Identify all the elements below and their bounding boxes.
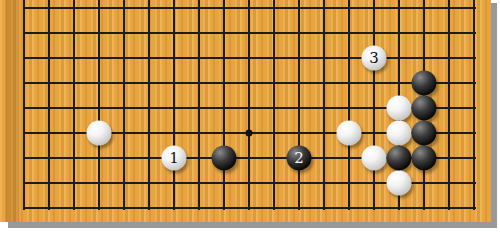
grid-line-horizontal [23, 57, 476, 59]
stone-black-r4[interactable] [412, 121, 437, 146]
stone-black-r5[interactable] [412, 96, 437, 121]
stone-white-d4[interactable] [87, 121, 112, 146]
board-shadow-bottom [8, 222, 497, 228]
move-number-label: 1 [169, 151, 179, 166]
grid-line-horizontal [23, 82, 476, 84]
stone-black-r3[interactable] [412, 146, 437, 171]
stone-white-q4[interactable] [387, 121, 412, 146]
stone-black-r6[interactable] [412, 71, 437, 96]
stone-white-o4[interactable] [337, 121, 362, 146]
grid-line-horizontal [23, 7, 476, 9]
board-shadow-right [491, 3, 497, 228]
go-board[interactable]: 123 [0, 0, 491, 222]
stone-white-g3[interactable]: 1 [162, 146, 187, 171]
grid-line-horizontal [23, 207, 476, 209]
stone-white-p7[interactable]: 3 [362, 46, 387, 71]
star-point-k4 [246, 130, 253, 137]
stone-black-m3[interactable]: 2 [287, 146, 312, 171]
stone-black-q3[interactable] [387, 146, 412, 171]
stone-white-q2[interactable] [387, 171, 412, 196]
stone-black-j3[interactable] [212, 146, 237, 171]
board-left-grain-band [6, 0, 19, 222]
grid-line-horizontal [23, 32, 476, 34]
move-number-label: 3 [369, 51, 379, 66]
move-number-label: 2 [294, 151, 304, 166]
stone-white-p3[interactable] [362, 146, 387, 171]
stone-white-q5[interactable] [387, 96, 412, 121]
